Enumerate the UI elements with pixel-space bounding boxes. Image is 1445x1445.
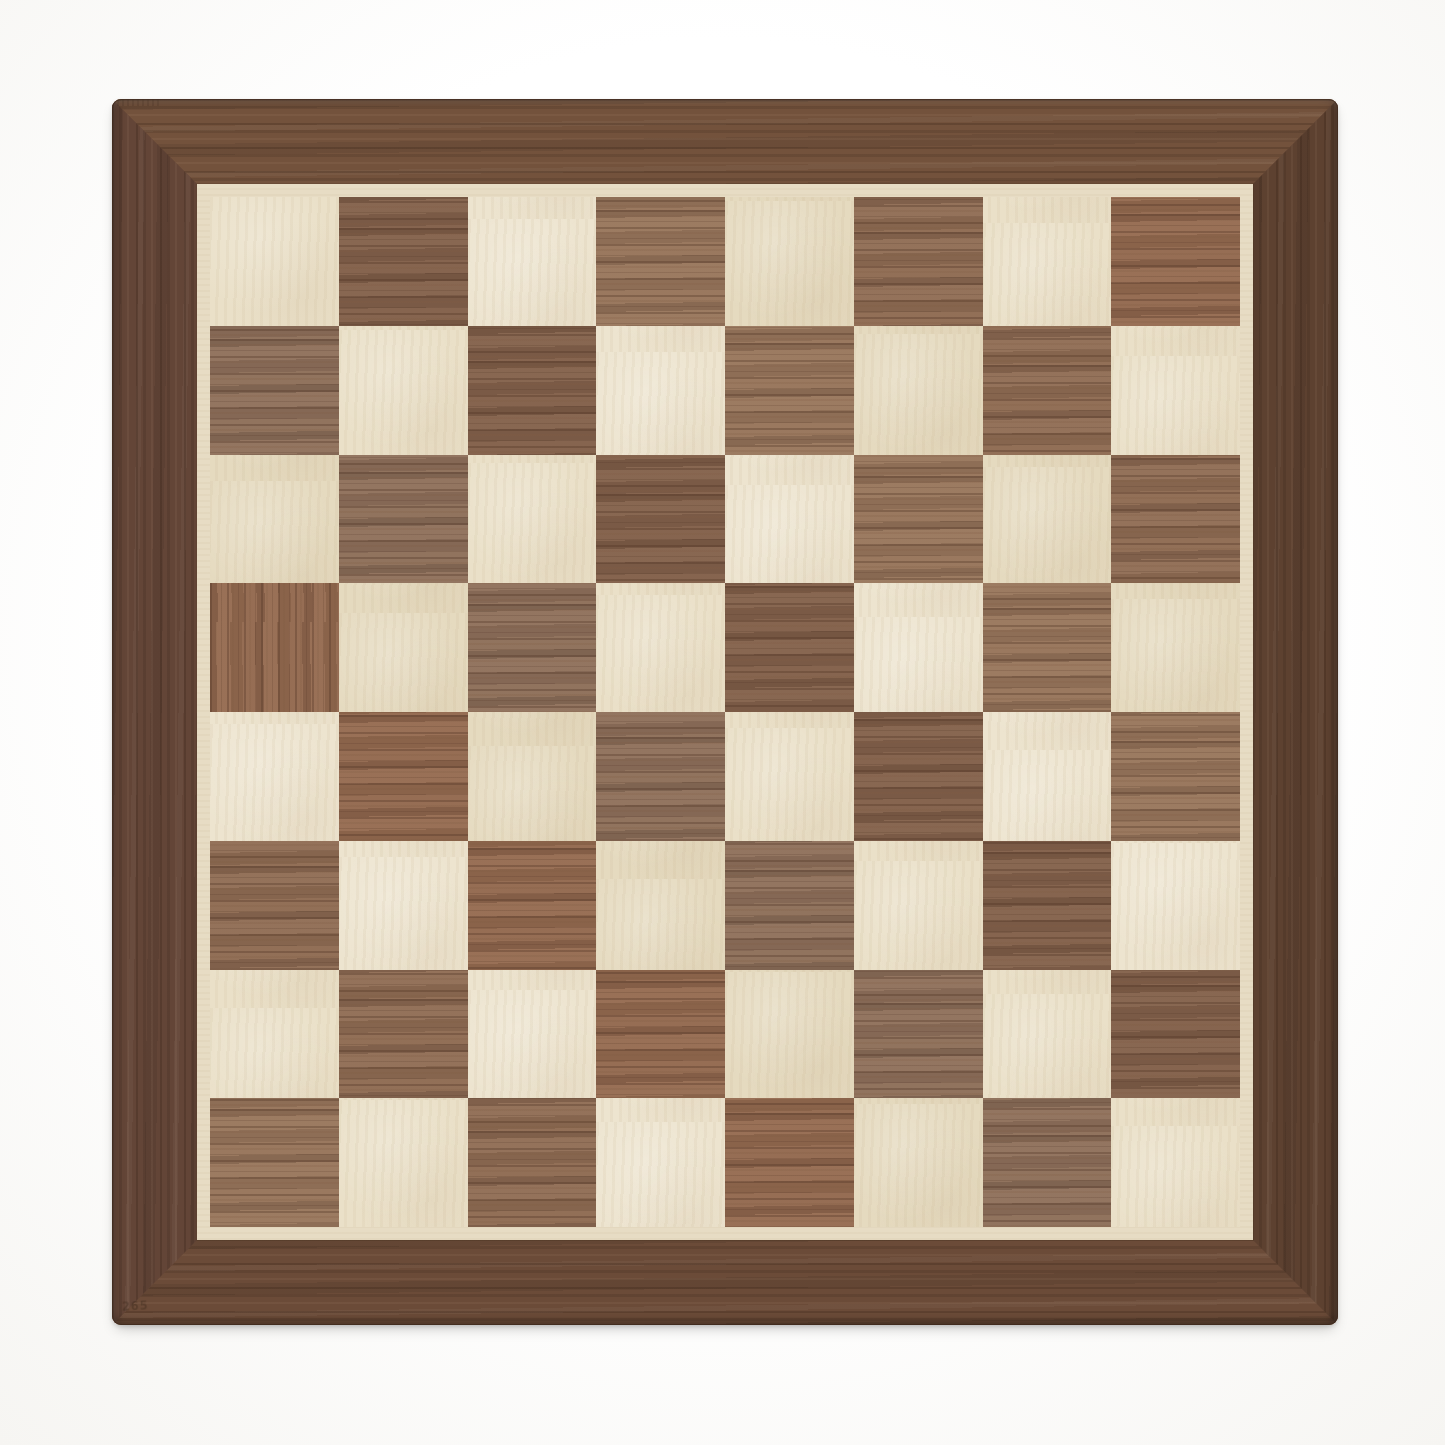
square-b5[interactable]: [339, 583, 468, 712]
board-frame-right: [1252, 99, 1338, 1325]
square-c8[interactable]: [468, 197, 597, 326]
square-h4[interactable]: [1111, 712, 1240, 841]
square-a6[interactable]: [210, 455, 339, 584]
factory-stamp: 265: [122, 1297, 149, 1313]
square-b6[interactable]: [339, 455, 468, 584]
square-h8[interactable]: [1111, 197, 1240, 326]
square-g5[interactable]: [983, 583, 1112, 712]
square-f8[interactable]: [854, 197, 983, 326]
square-d7[interactable]: [596, 326, 725, 455]
square-g6[interactable]: [983, 455, 1112, 584]
square-d6[interactable]: [596, 455, 725, 584]
square-h3[interactable]: [1111, 841, 1240, 970]
square-a3[interactable]: [210, 841, 339, 970]
faint-stamp-mark: [112, 99, 160, 106]
square-g8[interactable]: [983, 197, 1112, 326]
square-e6[interactable]: [725, 455, 854, 584]
square-c5[interactable]: [468, 583, 597, 712]
square-h5[interactable]: [1111, 583, 1240, 712]
square-g1[interactable]: [983, 1098, 1112, 1227]
square-g7[interactable]: [983, 326, 1112, 455]
square-e5[interactable]: [725, 583, 854, 712]
square-d1[interactable]: [596, 1098, 725, 1227]
square-b8[interactable]: [339, 197, 468, 326]
board-frame-left: [112, 99, 198, 1325]
square-e2[interactable]: [725, 970, 854, 1099]
square-b3[interactable]: [339, 841, 468, 970]
square-b1[interactable]: [339, 1098, 468, 1227]
square-c3[interactable]: [468, 841, 597, 970]
square-h6[interactable]: [1111, 455, 1240, 584]
square-f1[interactable]: [854, 1098, 983, 1227]
square-g4[interactable]: [983, 712, 1112, 841]
square-b4[interactable]: [339, 712, 468, 841]
photo-background: 265: [0, 0, 1445, 1445]
square-a4[interactable]: [210, 712, 339, 841]
square-f6[interactable]: [854, 455, 983, 584]
square-c7[interactable]: [468, 326, 597, 455]
square-c6[interactable]: [468, 455, 597, 584]
square-f4[interactable]: [854, 712, 983, 841]
square-h2[interactable]: [1111, 970, 1240, 1099]
board-frame-top: [112, 99, 1338, 185]
square-f5[interactable]: [854, 583, 983, 712]
square-e1[interactable]: [725, 1098, 854, 1227]
square-e7[interactable]: [725, 326, 854, 455]
square-e3[interactable]: [725, 841, 854, 970]
square-d4[interactable]: [596, 712, 725, 841]
square-a8[interactable]: [210, 197, 339, 326]
square-d2[interactable]: [596, 970, 725, 1099]
square-e8[interactable]: [725, 197, 854, 326]
square-a7[interactable]: [210, 326, 339, 455]
square-a2[interactable]: [210, 970, 339, 1099]
chess-board: 265: [112, 99, 1338, 1325]
square-f2[interactable]: [854, 970, 983, 1099]
square-h1[interactable]: [1111, 1098, 1240, 1227]
square-b7[interactable]: [339, 326, 468, 455]
square-g2[interactable]: [983, 970, 1112, 1099]
board-frame-bottom: [112, 1239, 1338, 1325]
square-d5[interactable]: [596, 583, 725, 712]
square-d3[interactable]: [596, 841, 725, 970]
square-d8[interactable]: [596, 197, 725, 326]
playing-field: [210, 197, 1240, 1227]
square-g3[interactable]: [983, 841, 1112, 970]
square-a1[interactable]: [210, 1098, 339, 1227]
square-a5[interactable]: [210, 583, 339, 712]
square-c4[interactable]: [468, 712, 597, 841]
square-c2[interactable]: [468, 970, 597, 1099]
square-h7[interactable]: [1111, 326, 1240, 455]
square-c1[interactable]: [468, 1098, 597, 1227]
square-f7[interactable]: [854, 326, 983, 455]
square-f3[interactable]: [854, 841, 983, 970]
square-e4[interactable]: [725, 712, 854, 841]
square-b2[interactable]: [339, 970, 468, 1099]
